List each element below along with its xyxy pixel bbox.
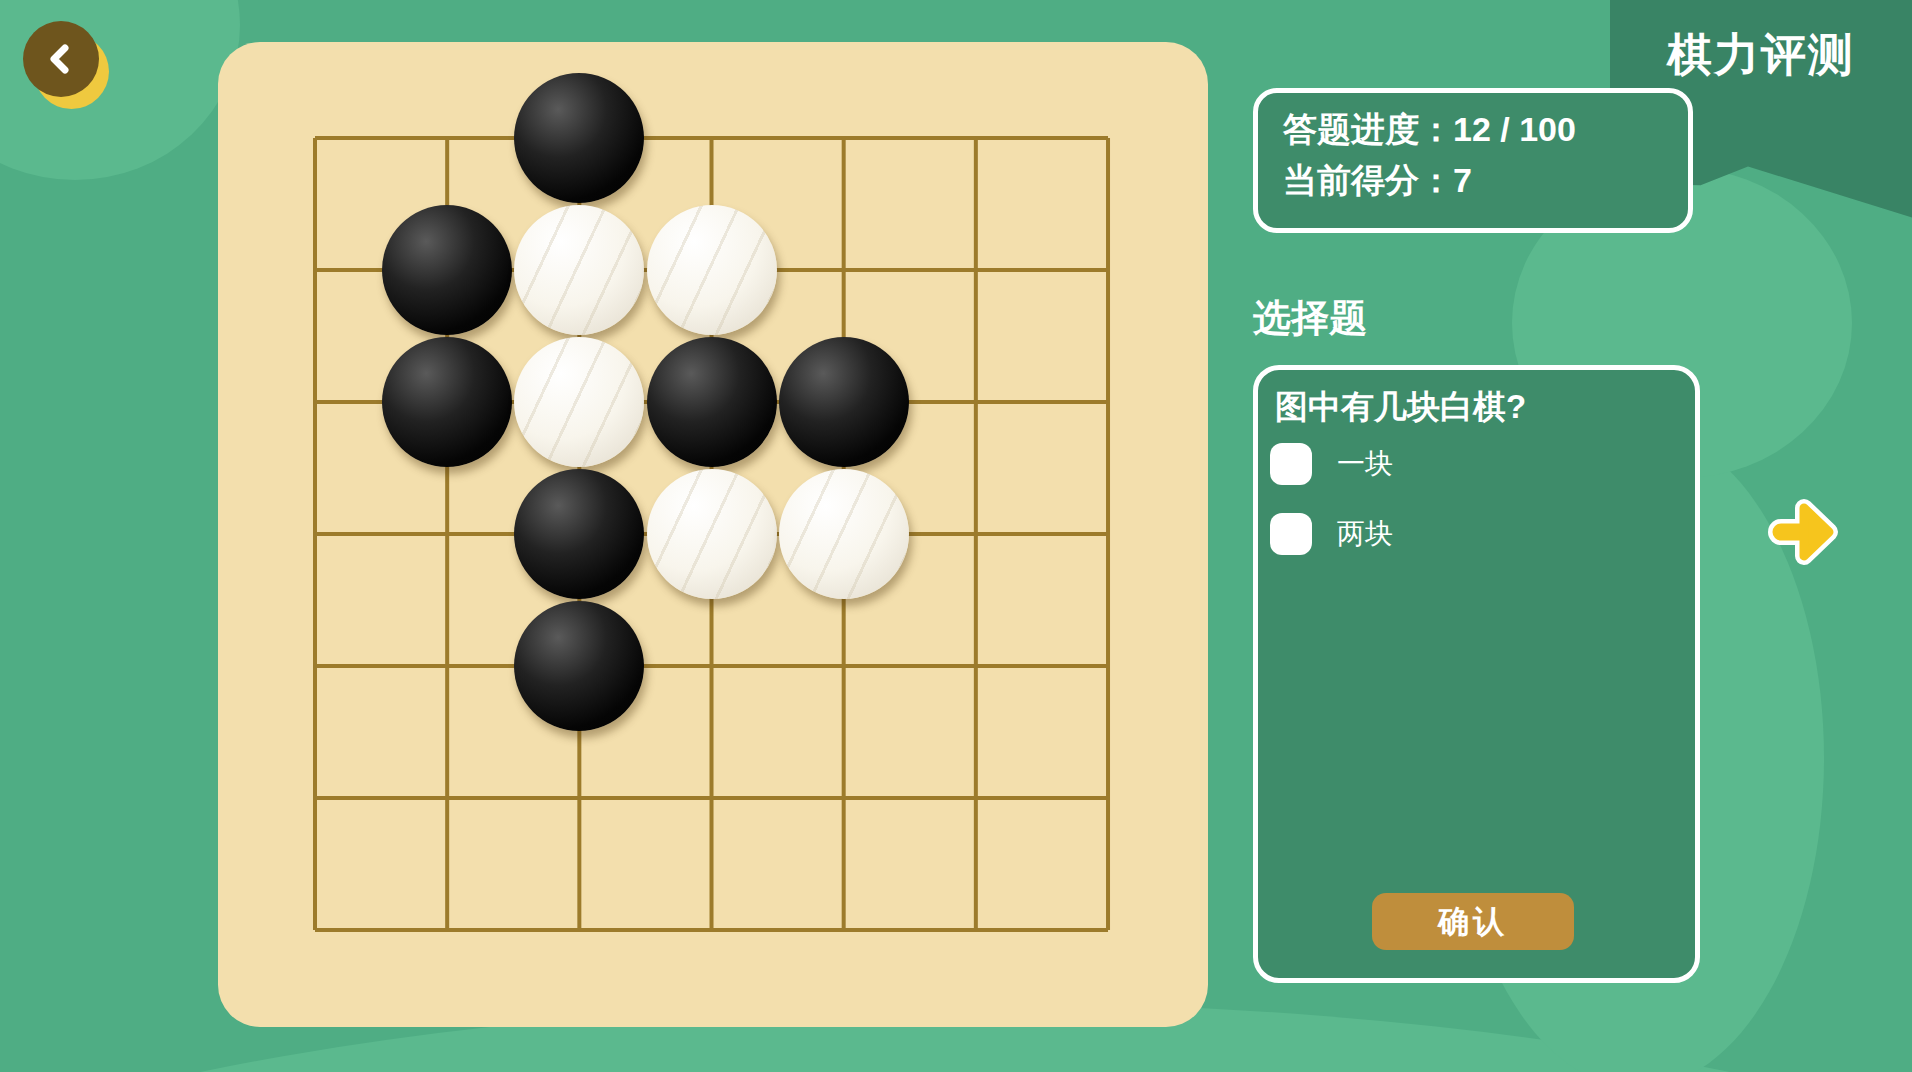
stone-white (514, 205, 644, 335)
option-checkbox[interactable] (1270, 513, 1312, 555)
next-arrow-button[interactable] (1766, 492, 1852, 572)
go-board (218, 42, 1208, 1027)
option-row[interactable]: 一块 (1270, 442, 1393, 486)
back-button-circle (23, 21, 99, 97)
page-title: 棋力评测 (1610, 25, 1912, 85)
app-screen: 棋力评测 答题进度：12 / 100 当前得分：7 选择题 图中有几块白棋? 一… (0, 0, 1912, 1072)
section-title: 选择题 (1253, 293, 1367, 344)
option-row[interactable]: 两块 (1270, 512, 1393, 556)
confirm-button[interactable]: 确认 (1372, 893, 1574, 950)
option-label: 一块 (1337, 445, 1393, 483)
stone-black (514, 469, 644, 599)
progress-text: 答题进度：12 / 100 (1283, 110, 1688, 148)
stone-white (514, 337, 644, 467)
option-label: 两块 (1337, 515, 1393, 553)
stone-white (779, 469, 909, 599)
score-text: 当前得分：7 (1283, 161, 1688, 199)
stone-black (647, 337, 777, 467)
question-panel: 图中有几块白棋? 一块 两块 确认 (1253, 365, 1700, 983)
question-text: 图中有几块白棋? (1275, 385, 1526, 430)
stone-white (647, 469, 777, 599)
option-checkbox[interactable] (1270, 443, 1312, 485)
stone-black (779, 337, 909, 467)
stone-black (382, 337, 512, 467)
stone-white (647, 205, 777, 335)
stone-black (514, 601, 644, 731)
stone-black (514, 73, 644, 203)
progress-panel: 答题进度：12 / 100 当前得分：7 (1253, 88, 1693, 233)
back-button[interactable] (21, 19, 111, 109)
stone-black (382, 205, 512, 335)
chevron-left-icon (39, 37, 83, 81)
